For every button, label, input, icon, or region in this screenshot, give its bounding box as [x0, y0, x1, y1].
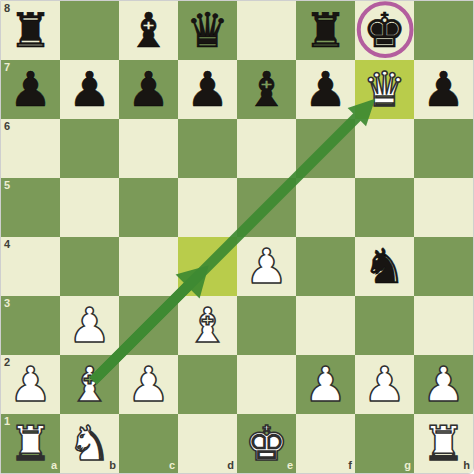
square-d2[interactable] — [178, 355, 237, 414]
rank-label-6: 6 — [4, 121, 10, 132]
square-c2[interactable]: ♟ — [119, 355, 178, 414]
black-pawn-piece[interactable]: ♟ — [414, 60, 473, 119]
square-f8[interactable]: ♜ — [296, 1, 355, 60]
square-b7[interactable]: ♟ — [60, 60, 119, 119]
square-h2[interactable]: ♟ — [414, 355, 473, 414]
square-b4[interactable] — [60, 237, 119, 296]
square-c5[interactable] — [119, 178, 178, 237]
square-e4[interactable]: ♟ — [237, 237, 296, 296]
square-c6[interactable] — [119, 119, 178, 178]
white-pawn-piece[interactable]: ♟ — [414, 355, 473, 414]
square-g7[interactable]: ♛ — [355, 60, 414, 119]
black-pawn-piece[interactable]: ♟ — [60, 60, 119, 119]
square-a7[interactable]: 7♟ — [1, 60, 60, 119]
white-pawn-piece[interactable]: ♟ — [237, 237, 296, 296]
square-f6[interactable] — [296, 119, 355, 178]
square-a1[interactable]: 1a♜ — [1, 414, 60, 473]
square-d4[interactable] — [178, 237, 237, 296]
square-g8[interactable]: ♚ — [355, 1, 414, 60]
black-rook-piece[interactable]: ♜ — [1, 1, 60, 60]
square-g1[interactable]: g — [355, 414, 414, 473]
square-b5[interactable] — [60, 178, 119, 237]
square-a4[interactable]: 4 — [1, 237, 60, 296]
file-label-f: f — [348, 460, 352, 471]
black-pawn-piece[interactable]: ♟ — [178, 60, 237, 119]
square-f3[interactable] — [296, 296, 355, 355]
file-label-g: g — [404, 460, 411, 471]
black-queen-piece[interactable]: ♛ — [178, 1, 237, 60]
rank-label-4: 4 — [4, 239, 10, 250]
square-b1[interactable]: b♞ — [60, 414, 119, 473]
white-bishop-piece[interactable]: ♝ — [60, 355, 119, 414]
square-d1[interactable]: d — [178, 414, 237, 473]
square-f2[interactable]: ♟ — [296, 355, 355, 414]
square-e1[interactable]: e♚ — [237, 414, 296, 473]
white-knight-piece[interactable]: ♞ — [60, 414, 119, 473]
square-a5[interactable]: 5 — [1, 178, 60, 237]
square-h1[interactable]: h♜ — [414, 414, 473, 473]
square-g6[interactable] — [355, 119, 414, 178]
white-rook-piece[interactable]: ♜ — [414, 414, 473, 473]
black-knight-piece[interactable]: ♞ — [355, 237, 414, 296]
black-king-piece[interactable]: ♚ — [355, 1, 414, 60]
square-g5[interactable] — [355, 178, 414, 237]
rank-label-5: 5 — [4, 180, 10, 191]
square-h3[interactable] — [414, 296, 473, 355]
square-d6[interactable] — [178, 119, 237, 178]
square-a6[interactable]: 6 — [1, 119, 60, 178]
black-bishop-piece[interactable]: ♝ — [237, 60, 296, 119]
file-label-d: d — [227, 460, 234, 471]
rank-label-3: 3 — [4, 298, 10, 309]
black-pawn-piece[interactable]: ♟ — [119, 60, 178, 119]
square-a3[interactable]: 3 — [1, 296, 60, 355]
black-bishop-piece[interactable]: ♝ — [119, 1, 178, 60]
square-d5[interactable] — [178, 178, 237, 237]
chess-board[interactable]: 8♜♝♛♜♚7♟♟♟♟♝♟♛♟654♟♞3♟♝2♟♝♟♟♟♟1a♜b♞cde♚f… — [0, 0, 474, 474]
black-pawn-piece[interactable]: ♟ — [296, 60, 355, 119]
square-c8[interactable]: ♝ — [119, 1, 178, 60]
square-d8[interactable]: ♛ — [178, 1, 237, 60]
square-e8[interactable] — [237, 1, 296, 60]
square-h8[interactable] — [414, 1, 473, 60]
black-pawn-piece[interactable]: ♟ — [1, 60, 60, 119]
square-f1[interactable]: f — [296, 414, 355, 473]
white-pawn-piece[interactable]: ♟ — [1, 355, 60, 414]
square-g4[interactable]: ♞ — [355, 237, 414, 296]
square-h6[interactable] — [414, 119, 473, 178]
white-pawn-piece[interactable]: ♟ — [60, 296, 119, 355]
square-b8[interactable] — [60, 1, 119, 60]
square-b3[interactable]: ♟ — [60, 296, 119, 355]
square-d7[interactable]: ♟ — [178, 60, 237, 119]
square-b6[interactable] — [60, 119, 119, 178]
white-rook-piece[interactable]: ♜ — [1, 414, 60, 473]
square-g2[interactable]: ♟ — [355, 355, 414, 414]
square-g3[interactable] — [355, 296, 414, 355]
square-f7[interactable]: ♟ — [296, 60, 355, 119]
white-bishop-piece[interactable]: ♝ — [178, 296, 237, 355]
square-a8[interactable]: 8♜ — [1, 1, 60, 60]
square-h4[interactable] — [414, 237, 473, 296]
square-c7[interactable]: ♟ — [119, 60, 178, 119]
square-b2[interactable]: ♝ — [60, 355, 119, 414]
square-c3[interactable] — [119, 296, 178, 355]
white-pawn-piece[interactable]: ♟ — [119, 355, 178, 414]
square-c4[interactable] — [119, 237, 178, 296]
square-e7[interactable]: ♝ — [237, 60, 296, 119]
square-e6[interactable] — [237, 119, 296, 178]
white-king-piece[interactable]: ♚ — [237, 414, 296, 473]
square-e3[interactable] — [237, 296, 296, 355]
white-pawn-piece[interactable]: ♟ — [355, 355, 414, 414]
chess-board-wrapper: 8♜♝♛♜♚7♟♟♟♟♝♟♛♟654♟♞3♟♝2♟♝♟♟♟♟1a♜b♞cde♚f… — [0, 0, 474, 474]
square-f5[interactable] — [296, 178, 355, 237]
black-rook-piece[interactable]: ♜ — [296, 1, 355, 60]
square-c1[interactable]: c — [119, 414, 178, 473]
square-h7[interactable]: ♟ — [414, 60, 473, 119]
white-queen-piece[interactable]: ♛ — [355, 60, 414, 119]
square-h5[interactable] — [414, 178, 473, 237]
square-a2[interactable]: 2♟ — [1, 355, 60, 414]
square-e2[interactable] — [237, 355, 296, 414]
square-e5[interactable] — [237, 178, 296, 237]
square-d3[interactable]: ♝ — [178, 296, 237, 355]
file-label-c: c — [169, 460, 175, 471]
white-pawn-piece[interactable]: ♟ — [296, 355, 355, 414]
square-f4[interactable] — [296, 237, 355, 296]
